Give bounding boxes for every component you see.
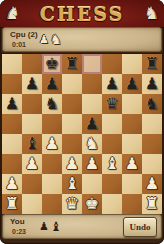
piece-white-king[interactable]: ♚ [82,194,102,214]
square-h1[interactable]: ♜ [142,194,162,214]
square-a6[interactable]: ♟ [2,94,22,114]
piece-black-pawn[interactable]: ♟ [82,114,102,134]
square-e3[interactable]: ♟ [82,154,102,174]
square-g1[interactable] [122,194,142,214]
piece-black-rook[interactable]: ♜ [62,54,82,74]
piece-black-knight[interactable]: ♞ [42,94,62,114]
square-d7[interactable] [62,74,82,94]
piece-white-queen[interactable]: ♛ [62,194,82,214]
square-a7[interactable] [2,74,22,94]
piece-white-pawn[interactable]: ♟ [22,154,42,174]
square-d6[interactable] [62,94,82,114]
piece-black-knight[interactable]: ♞ [142,94,162,114]
square-e4[interactable]: ♞ [82,134,102,154]
player-name: You [10,217,25,226]
square-d5[interactable] [62,114,82,134]
piece-white-bishop[interactable]: ♝ [62,174,82,194]
square-b5[interactable] [22,114,42,134]
square-h3[interactable] [142,154,162,174]
square-c5[interactable] [42,114,62,134]
piece-black-bishop[interactable]: ♝ [22,134,42,154]
square-h5[interactable] [142,114,162,134]
piece-black-queen[interactable]: ♛ [102,94,122,114]
piece-white-rook[interactable]: ♜ [2,194,22,214]
square-e8[interactable] [82,54,102,74]
undo-button[interactable]: Undo [123,217,157,237]
square-e2[interactable] [82,174,102,194]
player-captured-tray: ♟♝ [39,215,62,238]
square-a4[interactable] [2,134,22,154]
app-title: CHESS [40,3,125,25]
opponent-name: Cpu (2) [10,30,38,39]
captured-white-pawn-icon: ♟ [39,28,49,51]
piece-black-rook[interactable]: ♜ [142,54,162,74]
square-a3[interactable] [2,154,22,174]
square-b8[interactable] [22,54,42,74]
square-g2[interactable] [122,174,142,194]
square-e1[interactable]: ♚ [82,194,102,214]
square-a8[interactable] [2,54,22,74]
piece-white-pawn[interactable]: ♟ [42,134,62,154]
square-f4[interactable] [102,134,122,154]
piece-white-knight[interactable]: ♞ [82,134,102,154]
chess-app-window: ♞ CHESS ♞ Cpu (2) 0:01 ♟♞ ♚♜♜♟♟♟♟♟♟♞♛♞♟♝… [0,0,164,244]
piece-black-pawn[interactable]: ♟ [142,74,162,94]
opponent-clock: 0:01 [12,41,26,48]
square-c4[interactable]: ♟ [42,134,62,154]
piece-white-pawn[interactable]: ♟ [142,174,162,194]
square-d4[interactable] [62,134,82,154]
piece-black-pawn[interactable]: ♟ [102,74,122,94]
opponent-captured-tray: ♟♞ [39,28,62,51]
chess-board[interactable]: ♚♜♜♟♟♟♟♟♟♞♛♞♟♝♟♞♟♟♟♝♟♟♝♟♜♛♚♜ [2,54,162,214]
square-a1[interactable]: ♜ [2,194,22,214]
square-f6[interactable]: ♛ [102,94,122,114]
piece-white-pawn[interactable]: ♟ [2,174,22,194]
square-c1[interactable] [42,194,62,214]
square-f2[interactable] [102,174,122,194]
square-e5[interactable]: ♟ [82,114,102,134]
square-d1[interactable]: ♛ [62,194,82,214]
square-f7[interactable]: ♟ [102,74,122,94]
player-bar: You 0:23 ♟♝ Undo [2,214,162,239]
square-f3[interactable]: ♝ [102,154,122,174]
square-h2[interactable]: ♟ [142,174,162,194]
square-a5[interactable] [2,114,22,134]
piece-black-king[interactable]: ♚ [42,54,62,74]
player-clock: 0:23 [12,228,26,235]
square-b2[interactable] [22,174,42,194]
square-h6[interactable]: ♞ [142,94,162,114]
square-f8[interactable] [102,54,122,74]
square-c6[interactable]: ♞ [42,94,62,114]
captured-black-bishop-icon: ♝ [50,215,62,238]
square-c3[interactable] [42,154,62,174]
square-g5[interactable] [122,114,142,134]
square-c7[interactable]: ♟ [42,74,62,94]
piece-white-pawn[interactable]: ♟ [62,154,82,174]
square-h4[interactable] [142,134,162,154]
piece-black-pawn[interactable]: ♟ [2,94,22,114]
knight-icon: ♞ [144,0,159,27]
square-b1[interactable] [22,194,42,214]
square-d3[interactable]: ♟ [62,154,82,174]
square-f1[interactable] [102,194,122,214]
square-g8[interactable] [122,54,142,74]
square-g4[interactable] [122,134,142,154]
square-e7[interactable] [82,74,102,94]
knight-icon: ♞ [5,0,20,27]
square-b4[interactable]: ♝ [22,134,42,154]
piece-white-bishop[interactable]: ♝ [102,154,122,174]
piece-white-pawn[interactable]: ♟ [82,154,102,174]
piece-white-rook[interactable]: ♜ [142,194,162,214]
square-e6[interactable] [82,94,102,114]
piece-white-pawn[interactable]: ♟ [122,154,142,174]
square-d2[interactable]: ♝ [62,174,82,194]
piece-black-pawn[interactable]: ♟ [22,74,42,94]
piece-black-pawn[interactable]: ♟ [42,74,62,94]
square-h7[interactable]: ♟ [142,74,162,94]
square-b3[interactable]: ♟ [22,154,42,174]
board-frame: ♚♜♜♟♟♟♟♟♟♞♛♞♟♝♟♞♟♟♟♝♟♟♝♟♜♛♚♜ [0,53,164,214]
square-h8[interactable]: ♜ [142,54,162,74]
square-c8[interactable]: ♚ [42,54,62,74]
captured-white-knight-icon: ♞ [50,28,62,51]
piece-black-pawn[interactable]: ♟ [122,74,142,94]
square-g6[interactable] [122,94,142,114]
opponent-bar: Cpu (2) 0:01 ♟♞ [2,27,162,52]
square-c2[interactable] [42,174,62,194]
square-g7[interactable]: ♟ [122,74,142,94]
title-banner: ♞ CHESS ♞ [0,0,164,28]
captured-black-pawn-icon: ♟ [39,215,49,238]
square-d8[interactable]: ♜ [62,54,82,74]
square-b7[interactable]: ♟ [22,74,42,94]
square-f5[interactable] [102,114,122,134]
square-g3[interactable]: ♟ [122,154,142,174]
square-a2[interactable]: ♟ [2,174,22,194]
square-b6[interactable] [22,94,42,114]
